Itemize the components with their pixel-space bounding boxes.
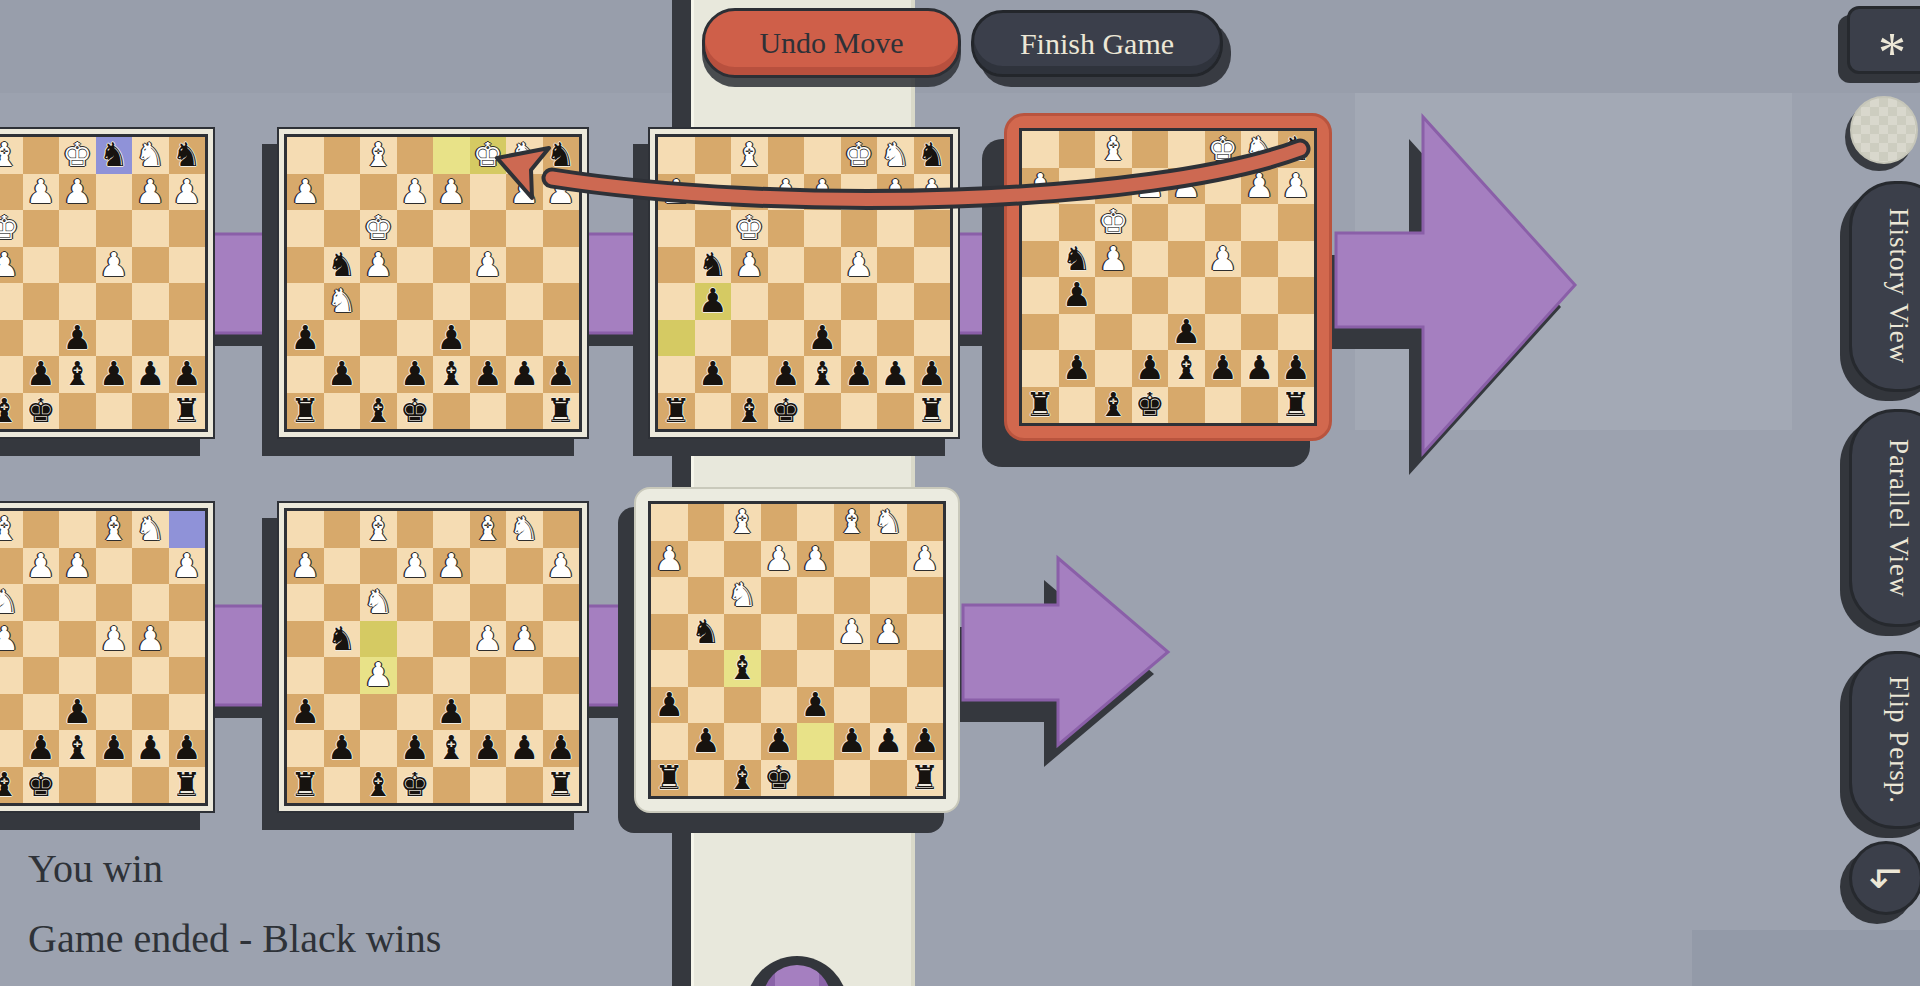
square[interactable]: ♟ [59,174,96,211]
square[interactable] [768,283,805,320]
square[interactable] [907,614,944,651]
square[interactable] [470,174,507,211]
square[interactable] [1241,314,1278,351]
square[interactable]: ♟ [59,320,96,357]
square[interactable] [287,247,324,284]
square[interactable] [59,393,96,430]
square[interactable] [543,694,580,731]
square[interactable] [59,511,96,548]
square[interactable]: ♟ [506,730,543,767]
square[interactable] [688,650,725,687]
square[interactable] [169,210,206,247]
square[interactable]: ♝ [470,511,507,548]
square[interactable] [0,548,23,585]
sphere-toggle-button[interactable] [1850,96,1918,164]
square[interactable] [324,174,361,211]
square[interactable] [841,320,878,357]
square[interactable] [761,650,798,687]
square[interactable] [96,657,133,694]
square[interactable] [907,650,944,687]
square[interactable]: ♝ [360,137,397,174]
square[interactable] [169,247,206,284]
square[interactable]: ♜ [169,767,206,804]
square[interactable] [797,577,834,614]
square[interactable] [914,320,951,357]
square[interactable]: ♟ [768,356,805,393]
square[interactable] [1205,387,1242,424]
square[interactable]: ♟ [543,356,580,393]
square[interactable] [324,694,361,731]
square[interactable] [761,504,798,541]
square[interactable] [470,283,507,320]
square[interactable]: ♟ [651,687,688,724]
square[interactable] [877,283,914,320]
square[interactable] [506,320,543,357]
square[interactable]: ♚ [360,210,397,247]
square[interactable] [360,174,397,211]
square[interactable] [287,210,324,247]
square[interactable] [470,767,507,804]
square[interactable] [877,320,914,357]
square[interactable]: ♞ [543,137,580,174]
square[interactable]: ♟ [506,621,543,658]
square[interactable]: ♟ [907,541,944,578]
square[interactable]: ♟ [506,174,543,211]
square[interactable]: ♟ [397,174,434,211]
square[interactable]: ♞ [695,247,732,284]
square[interactable] [1022,204,1059,241]
square[interactable]: ♞ [360,584,397,621]
square[interactable]: ♟ [1095,241,1132,278]
square[interactable] [1095,350,1132,387]
square[interactable]: ♝ [96,511,133,548]
square[interactable]: ♚ [1095,204,1132,241]
square[interactable] [543,511,580,548]
square[interactable] [287,283,324,320]
square[interactable] [914,283,951,320]
square[interactable]: ♝ [0,767,23,804]
square[interactable]: ♟ [169,356,206,393]
square[interactable]: ♟ [1132,168,1169,205]
square[interactable]: ♜ [287,393,324,430]
square[interactable] [397,657,434,694]
square[interactable] [834,577,871,614]
square[interactable]: ♟ [96,356,133,393]
square[interactable] [834,541,871,578]
square[interactable] [841,210,878,247]
square[interactable] [0,694,23,731]
square[interactable] [1022,314,1059,351]
square[interactable] [324,548,361,585]
square[interactable]: ♞ [724,577,761,614]
square[interactable]: ♝ [731,137,768,174]
parallel-view-button[interactable]: Parallel View [1849,409,1920,627]
square[interactable] [651,614,688,651]
square[interactable] [433,393,470,430]
square[interactable] [1022,277,1059,314]
square[interactable] [841,174,878,211]
square[interactable] [1278,241,1315,278]
square[interactable] [1132,241,1169,278]
square[interactable]: ♟ [1059,350,1096,387]
square[interactable] [132,210,169,247]
square[interactable]: ♟ [877,174,914,211]
square[interactable] [96,210,133,247]
square[interactable]: ♜ [914,393,951,430]
square[interactable]: ♝ [804,356,841,393]
square[interactable] [360,283,397,320]
square[interactable]: ♜ [543,767,580,804]
square[interactable] [688,577,725,614]
square[interactable]: ♜ [651,760,688,797]
square[interactable]: ♟ [23,356,60,393]
square[interactable]: ♟ [658,174,695,211]
square[interactable]: ♟ [360,657,397,694]
square[interactable] [1022,131,1059,168]
square[interactable] [1132,131,1169,168]
square[interactable] [324,393,361,430]
square[interactable] [169,283,206,320]
square[interactable] [1132,204,1169,241]
square[interactable]: ♟ [1241,168,1278,205]
square[interactable]: ♟ [1168,314,1205,351]
square[interactable] [324,657,361,694]
square[interactable]: ♟ [688,723,725,760]
square[interactable]: ♟ [96,730,133,767]
square[interactable] [470,584,507,621]
square[interactable] [724,723,761,760]
square[interactable]: ♝ [59,730,96,767]
square[interactable] [695,393,732,430]
square[interactable] [1059,314,1096,351]
square[interactable]: ♝ [433,356,470,393]
square[interactable]: ♟ [397,730,434,767]
square[interactable] [470,210,507,247]
square[interactable] [132,694,169,731]
square[interactable] [287,137,324,174]
square[interactable] [1168,131,1205,168]
square[interactable]: ♚ [23,767,60,804]
square[interactable] [695,174,732,211]
square[interactable] [543,283,580,320]
square[interactable] [59,657,96,694]
square[interactable] [1059,204,1096,241]
square[interactable] [1132,277,1169,314]
square[interactable]: ♟ [651,541,688,578]
square[interactable] [397,511,434,548]
square[interactable]: ♞ [132,511,169,548]
square[interactable] [1022,350,1059,387]
square[interactable] [870,760,907,797]
square[interactable]: ♟ [543,174,580,211]
square[interactable] [397,621,434,658]
square[interactable] [470,657,507,694]
square[interactable]: ♟ [834,723,871,760]
square[interactable] [287,657,324,694]
square[interactable] [506,584,543,621]
square[interactable]: ♟ [768,174,805,211]
square[interactable] [433,283,470,320]
square[interactable]: ♟ [0,621,23,658]
square[interactable]: ♚ [768,393,805,430]
square[interactable]: ♟ [287,548,324,585]
square[interactable] [651,577,688,614]
square[interactable]: ♟ [470,247,507,284]
square[interactable]: ♞ [1059,241,1096,278]
square[interactable] [397,210,434,247]
square[interactable] [870,541,907,578]
square[interactable]: ♝ [360,393,397,430]
square[interactable]: ♟ [470,621,507,658]
square[interactable]: ♞ [1278,131,1315,168]
square[interactable] [543,210,580,247]
square[interactable] [1132,314,1169,351]
square[interactable] [1168,241,1205,278]
flip-perspective-button[interactable]: Flip Persp. [1849,651,1920,829]
square[interactable] [695,137,732,174]
square[interactable]: ♟ [841,247,878,284]
square[interactable]: ♟ [1205,350,1242,387]
square[interactable]: ♟ [397,548,434,585]
square[interactable]: ♟ [1205,241,1242,278]
square[interactable] [658,283,695,320]
square[interactable] [470,694,507,731]
square[interactable]: ♟ [433,174,470,211]
square[interactable] [287,730,324,767]
square[interactable]: ♟ [96,247,133,284]
square[interactable] [169,694,206,731]
square[interactable] [59,283,96,320]
square[interactable]: ♝ [1168,350,1205,387]
square[interactable]: ♞ [870,504,907,541]
square[interactable]: ♟ [470,730,507,767]
square[interactable]: ♟ [470,356,507,393]
square[interactable]: ♝ [433,730,470,767]
square[interactable]: ♝ [731,393,768,430]
square[interactable]: ♞ [96,137,133,174]
square[interactable] [23,694,60,731]
square[interactable] [658,320,695,357]
square[interactable]: ♜ [658,393,695,430]
square[interactable] [397,283,434,320]
square[interactable]: ♝ [724,760,761,797]
square[interactable] [324,767,361,804]
square[interactable] [23,584,60,621]
square[interactable]: ♟ [804,320,841,357]
square[interactable] [695,210,732,247]
square[interactable]: ♝ [0,393,23,430]
square[interactable] [433,511,470,548]
square[interactable]: ♚ [1205,131,1242,168]
square[interactable] [1059,168,1096,205]
square[interactable]: ♞ [506,137,543,174]
square[interactable]: ♟ [433,694,470,731]
square[interactable] [1278,204,1315,241]
square[interactable] [132,393,169,430]
square[interactable] [433,210,470,247]
square[interactable] [761,577,798,614]
square[interactable] [470,548,507,585]
square[interactable]: ♜ [287,767,324,804]
square[interactable] [59,767,96,804]
square[interactable]: ♞ [0,584,23,621]
square[interactable] [360,548,397,585]
square[interactable] [397,584,434,621]
square[interactable] [23,621,60,658]
square[interactable] [169,320,206,357]
square[interactable]: ♟ [1059,277,1096,314]
square[interactable]: ♟ [287,694,324,731]
square[interactable] [132,247,169,284]
square[interactable] [1168,277,1205,314]
square[interactable] [169,584,206,621]
square[interactable] [768,320,805,357]
square[interactable] [870,577,907,614]
square[interactable] [360,356,397,393]
square[interactable]: ♟ [695,356,732,393]
square[interactable] [1168,204,1205,241]
square[interactable] [1168,387,1205,424]
square[interactable]: ♚ [761,760,798,797]
square[interactable] [695,320,732,357]
square[interactable] [768,210,805,247]
square[interactable] [834,760,871,797]
square[interactable] [433,137,470,174]
square[interactable]: ♞ [324,283,361,320]
square[interactable] [1241,387,1278,424]
square[interactable] [360,694,397,731]
square[interactable] [797,614,834,651]
square[interactable]: ♟ [804,174,841,211]
square[interactable] [0,657,23,694]
square[interactable] [1205,314,1242,351]
square[interactable] [804,247,841,284]
square[interactable] [397,137,434,174]
square[interactable] [804,283,841,320]
square[interactable]: ♜ [1278,387,1315,424]
square[interactable]: ♚ [0,210,23,247]
square[interactable]: ♝ [834,504,871,541]
square[interactable] [96,694,133,731]
square[interactable]: ♟ [1278,350,1315,387]
square[interactable] [877,247,914,284]
square[interactable] [23,210,60,247]
square[interactable] [506,283,543,320]
square[interactable] [724,614,761,651]
square[interactable] [96,548,133,585]
square[interactable]: ♟ [59,694,96,731]
square[interactable]: ♜ [543,393,580,430]
square[interactable]: ♚ [397,767,434,804]
square[interactable] [360,320,397,357]
square[interactable]: ♟ [731,247,768,284]
square[interactable] [0,283,23,320]
square[interactable] [731,320,768,357]
square[interactable]: ♟ [169,730,206,767]
square[interactable]: ♟ [59,548,96,585]
square[interactable]: ♟ [169,174,206,211]
square[interactable]: ♟ [914,356,951,393]
square[interactable]: ♞ [688,614,725,651]
square[interactable] [1278,277,1315,314]
square[interactable]: ♚ [23,393,60,430]
square[interactable]: ♟ [761,541,798,578]
square[interactable] [914,210,951,247]
square[interactable]: ♟ [797,541,834,578]
square[interactable] [287,584,324,621]
square[interactable] [59,210,96,247]
square[interactable]: ♚ [397,393,434,430]
square[interactable]: ♝ [0,511,23,548]
square[interactable]: ♟ [797,687,834,724]
undo-move-button[interactable]: Undo Move [702,8,961,78]
square[interactable]: ♟ [1022,168,1059,205]
square[interactable] [59,584,96,621]
square[interactable] [688,687,725,724]
finish-game-button[interactable]: Finish Game [971,10,1223,77]
square[interactable]: ♟ [841,356,878,393]
square[interactable] [731,174,768,211]
square[interactable]: ♚ [470,137,507,174]
square[interactable] [834,687,871,724]
square[interactable] [870,687,907,724]
square[interactable]: ♞ [324,247,361,284]
square[interactable]: ♟ [23,548,60,585]
square[interactable] [1241,204,1278,241]
square[interactable] [433,621,470,658]
square[interactable] [506,694,543,731]
square[interactable]: ♟ [506,356,543,393]
square[interactable] [506,247,543,284]
square[interactable] [724,687,761,724]
square[interactable] [1095,277,1132,314]
square[interactable]: ♝ [1095,387,1132,424]
square[interactable]: ♜ [907,760,944,797]
square[interactable] [1205,168,1242,205]
square[interactable]: ♝ [360,511,397,548]
square[interactable] [132,584,169,621]
square[interactable] [543,584,580,621]
square[interactable]: ♚ [1132,387,1169,424]
square[interactable]: ♞ [877,137,914,174]
square[interactable]: ♟ [870,723,907,760]
square[interactable] [59,247,96,284]
square[interactable]: ♟ [23,174,60,211]
square[interactable] [169,657,206,694]
square[interactable] [397,320,434,357]
square[interactable]: ♝ [724,650,761,687]
square[interactable]: ♟ [397,356,434,393]
square[interactable] [797,650,834,687]
square[interactable] [470,320,507,357]
square[interactable] [0,730,23,767]
square[interactable] [96,320,133,357]
square[interactable] [132,548,169,585]
square[interactable] [169,621,206,658]
square[interactable]: ♚ [59,137,96,174]
square[interactable] [397,694,434,731]
square[interactable]: ♟ [132,356,169,393]
square[interactable] [96,283,133,320]
square[interactable] [914,247,951,284]
square[interactable] [1241,241,1278,278]
square[interactable]: ♟ [132,621,169,658]
square[interactable]: ♟ [877,356,914,393]
square[interactable] [433,584,470,621]
square[interactable] [23,283,60,320]
square[interactable] [506,767,543,804]
square[interactable] [1205,277,1242,314]
